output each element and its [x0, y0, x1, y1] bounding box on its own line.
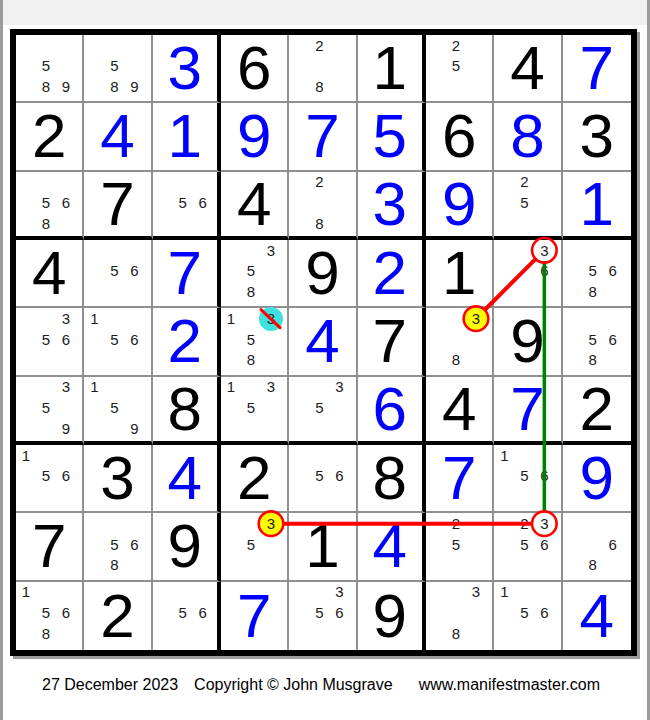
candidate-2: 2 [309, 172, 329, 193]
cell-r3c5[interactable]: 28 [289, 172, 357, 240]
candidate-8: 8 [583, 281, 603, 302]
cell-r8c6[interactable]: 4 [358, 513, 426, 581]
cell-r9c4[interactable]: 7 [221, 582, 289, 650]
candidates: 1358 [221, 308, 281, 370]
solved-digit: 4 [373, 515, 407, 577]
cell-r9c9[interactable]: 4 [563, 582, 631, 650]
candidate-5: 5 [36, 192, 56, 213]
cell-r2c3[interactable]: 1 [153, 103, 221, 171]
cell-r7c7[interactable]: 7 [426, 445, 494, 513]
given-digit: 3 [100, 447, 134, 509]
candidates: 25 [426, 513, 486, 575]
given-digit: 4 [32, 242, 66, 304]
candidate-6: 6 [193, 602, 213, 623]
candidates: 568 [563, 240, 623, 302]
candidate-6: 6 [193, 192, 213, 213]
given-digit: 3 [580, 105, 614, 167]
candidate-2: 2 [309, 35, 329, 56]
candidate-8: 8 [446, 623, 466, 644]
sudoku-board: 5895893628125472419756835687564283925145… [10, 29, 637, 656]
cell-r4c8[interactable]: 36 [494, 240, 562, 308]
solved-digit: 2 [373, 242, 407, 304]
cell-r1c9[interactable]: 7 [563, 35, 631, 103]
candidate-8: 8 [36, 623, 56, 644]
solved-digit: 7 [168, 242, 202, 304]
cell-r5c4[interactable]: 1358 [221, 308, 289, 376]
candidate-5: 5 [241, 261, 261, 282]
cell-r4c7[interactable]: 1 [426, 240, 494, 308]
cell-r9c2[interactable]: 2 [84, 582, 152, 650]
candidate-5: 5 [514, 534, 534, 555]
cell-r1c4[interactable]: 6 [221, 35, 289, 103]
cell-r2c5[interactable]: 7 [289, 103, 357, 171]
candidate-1: 1 [16, 445, 36, 466]
candidates: 156 [494, 582, 554, 644]
cell-r3c3[interactable]: 56 [153, 172, 221, 240]
candidates: 38 [426, 582, 486, 644]
cell-r8c1[interactable]: 7 [16, 513, 84, 581]
candidate-1: 1 [221, 377, 241, 398]
candidate-5: 5 [173, 602, 193, 623]
candidate-2: 2 [446, 513, 466, 534]
cell-r4c5[interactable]: 9 [289, 240, 357, 308]
cell-r9c8[interactable]: 156 [494, 582, 562, 650]
candidate-8: 8 [241, 350, 261, 371]
candidate-5: 5 [36, 602, 56, 623]
cell-r4c4[interactable]: 358 [221, 240, 289, 308]
cell-r6c4[interactable]: 135 [221, 377, 289, 445]
given-digit: 1 [442, 242, 476, 304]
given-digit: 9 [305, 242, 339, 304]
solved-digit: 1 [580, 173, 614, 235]
given-digit: 7 [373, 310, 407, 372]
cell-r6c6[interactable]: 6 [358, 377, 426, 445]
candidate-9: 9 [56, 418, 76, 439]
cell-r3c8[interactable]: 25 [494, 172, 562, 240]
cell-r1c7[interactable]: 25 [426, 35, 494, 103]
candidate-5: 5 [309, 602, 329, 623]
candidate-8: 8 [104, 555, 124, 576]
candidate-1: 1 [16, 582, 36, 603]
cell-r2c4[interactable]: 9 [221, 103, 289, 171]
candidates: 356 [16, 308, 76, 370]
candidate-3: 3 [56, 377, 76, 398]
solved-digit: 1 [168, 105, 202, 167]
candidate-1: 1 [221, 308, 241, 329]
solved-digit: 8 [510, 105, 544, 167]
cell-r6c2[interactable]: 159 [84, 377, 152, 445]
cell-r9c1[interactable]: 1568 [16, 582, 84, 650]
cell-r8c8[interactable]: 2356 [494, 513, 562, 581]
candidate-5: 5 [36, 397, 56, 418]
solved-digit: 3 [373, 173, 407, 235]
cell-r7c9[interactable]: 9 [563, 445, 631, 513]
candidate-8: 8 [36, 76, 56, 97]
candidate-9: 9 [56, 76, 76, 97]
solved-digit: 4 [580, 585, 614, 647]
solved-digit: 2 [168, 310, 202, 372]
given-digit: 9 [168, 515, 202, 577]
cell-r3c1[interactable]: 568 [16, 172, 84, 240]
cell-r3c6[interactable]: 3 [358, 172, 426, 240]
candidate-3: 3 [466, 582, 486, 603]
solved-digit: 7 [510, 378, 544, 440]
cell-r7c2[interactable]: 3 [84, 445, 152, 513]
solved-digit: 5 [373, 105, 407, 167]
cell-r8c3[interactable]: 9 [153, 513, 221, 581]
candidates: 156 [84, 308, 144, 370]
cell-r2c8[interactable]: 8 [494, 103, 562, 171]
cell-r1c8[interactable]: 4 [494, 35, 562, 103]
cell-r2c9[interactable]: 3 [563, 103, 631, 171]
footer: 27 December 2023 Copyright © John Musgra… [42, 676, 600, 694]
cell-r8c9[interactable]: 68 [563, 513, 631, 581]
cell-r5c6[interactable]: 7 [358, 308, 426, 376]
candidates: 56 [84, 240, 144, 302]
candidates: 25 [426, 35, 486, 97]
cell-r1c3[interactable]: 3 [153, 35, 221, 103]
candidate-5: 5 [583, 261, 603, 282]
footer-date: 27 December 2023 [42, 676, 178, 694]
candidates: 1568 [16, 582, 76, 644]
candidate-6: 6 [603, 261, 623, 282]
candidate-5: 5 [241, 397, 261, 418]
cell-r5c7[interactable]: 38 [426, 308, 494, 376]
candidates: 56 [289, 445, 349, 507]
cell-r6c9[interactable]: 2 [563, 377, 631, 445]
candidate-3: 3 [261, 240, 281, 261]
candidate-8: 8 [583, 555, 603, 576]
candidates: 38 [426, 308, 486, 370]
candidates: 28 [289, 172, 349, 234]
given-digit: 6 [442, 105, 476, 167]
candidate-1: 1 [494, 445, 514, 466]
candidate-6: 6 [124, 534, 144, 555]
cell-r5c3[interactable]: 2 [153, 308, 221, 376]
candidate-3: 3 [261, 377, 281, 398]
candidates: 35 [221, 513, 281, 575]
cell-r5c8[interactable]: 9 [494, 308, 562, 376]
candidate-5: 5 [514, 192, 534, 213]
candidate-8: 8 [446, 350, 466, 371]
candidate-5: 5 [104, 261, 124, 282]
cell-r1c6[interactable]: 1 [358, 35, 426, 103]
cell-r9c7[interactable]: 38 [426, 582, 494, 650]
candidates: 35 [289, 377, 349, 439]
solved-digit: 7 [237, 585, 271, 647]
candidate-6: 6 [56, 329, 76, 350]
candidate-5: 5 [241, 534, 261, 555]
candidate-8: 8 [309, 213, 329, 234]
cell-r7c6[interactable]: 8 [358, 445, 426, 513]
given-digit: 8 [373, 447, 407, 509]
given-digit: 4 [442, 378, 476, 440]
candidate-6: 6 [56, 602, 76, 623]
given-digit: 9 [510, 310, 544, 372]
candidate-9: 9 [124, 418, 144, 439]
given-digit: 9 [373, 585, 407, 647]
given-digit: 2 [580, 378, 614, 440]
cell-r7c5[interactable]: 56 [289, 445, 357, 513]
cell-r3c9[interactable]: 1 [563, 172, 631, 240]
cell-r1c5[interactable]: 28 [289, 35, 357, 103]
candidate-8: 8 [309, 76, 329, 97]
solved-digit: 7 [305, 105, 339, 167]
cell-r6c5[interactable]: 35 [289, 377, 357, 445]
cell-r1c2[interactable]: 589 [84, 35, 152, 103]
candidate-1: 1 [494, 582, 514, 603]
cell-r4c6[interactable]: 2 [358, 240, 426, 308]
candidate-5: 5 [309, 466, 329, 487]
candidate-5: 5 [104, 56, 124, 77]
candidate-6: 6 [56, 466, 76, 487]
given-digit: 2 [32, 105, 66, 167]
cell-r5c9[interactable]: 568 [563, 308, 631, 376]
cell-r7c8[interactable]: 156 [494, 445, 562, 513]
candidates: 56 [153, 172, 213, 234]
candidates: 356 [289, 582, 349, 644]
candidate-2: 2 [446, 35, 466, 56]
candidate-8: 8 [104, 76, 124, 97]
cell-r2c2[interactable]: 4 [84, 103, 152, 171]
solved-digit: 9 [237, 105, 271, 167]
candidate-5: 5 [104, 534, 124, 555]
cell-r4c3[interactable]: 7 [153, 240, 221, 308]
footer-website: www.manifestmaster.com [419, 676, 600, 694]
given-digit: 1 [373, 37, 407, 99]
given-digit: 1 [305, 515, 339, 577]
candidates: 28 [289, 35, 349, 97]
candidate-3: 3 [261, 513, 281, 534]
candidate-5: 5 [36, 56, 56, 77]
candidate-1: 1 [84, 308, 104, 329]
given-digit: 2 [237, 447, 271, 509]
candidate-3: 3 [534, 240, 554, 261]
candidate-5: 5 [173, 192, 193, 213]
solved-digit: 7 [580, 37, 614, 99]
candidate-1: 1 [84, 377, 104, 398]
candidate-6: 6 [603, 329, 623, 350]
cell-r8c7[interactable]: 25 [426, 513, 494, 581]
cell-r5c2[interactable]: 156 [84, 308, 152, 376]
candidates: 358 [221, 240, 281, 302]
candidate-3: 3 [466, 308, 486, 329]
candidate-6: 6 [124, 261, 144, 282]
candidate-6: 6 [534, 466, 554, 487]
candidates: 25 [494, 172, 554, 234]
candidate-3: 3 [56, 308, 76, 329]
candidates: 56 [153, 582, 213, 644]
cell-r2c1[interactable]: 2 [16, 103, 84, 171]
candidates: 135 [221, 377, 281, 439]
solved-digit: 4 [168, 447, 202, 509]
solved-digit: 4 [100, 105, 134, 167]
cell-r7c1[interactable]: 156 [16, 445, 84, 513]
cell-r7c4[interactable]: 2 [221, 445, 289, 513]
candidate-5: 5 [446, 56, 466, 77]
candidates: 568 [84, 513, 144, 575]
solved-digit: 3 [168, 37, 202, 99]
candidate-6: 6 [329, 466, 349, 487]
candidates: 156 [494, 445, 554, 507]
cell-r6c8[interactable]: 7 [494, 377, 562, 445]
cell-r1c1[interactable]: 589 [16, 35, 84, 103]
cell-r5c1[interactable]: 356 [16, 308, 84, 376]
candidate-3: 3 [329, 377, 349, 398]
candidate-6: 6 [124, 329, 144, 350]
candidate-5: 5 [36, 329, 56, 350]
candidate-6: 6 [603, 534, 623, 555]
given-digit: 8 [168, 378, 202, 440]
solved-digit: 9 [442, 173, 476, 235]
candidates: 159 [84, 377, 144, 439]
given-digit: 4 [510, 37, 544, 99]
cell-r2c6[interactable]: 5 [358, 103, 426, 171]
candidate-5: 5 [36, 466, 56, 487]
candidate-5: 5 [514, 602, 534, 623]
candidate-2: 2 [514, 172, 534, 193]
cell-r8c4[interactable]: 35 [221, 513, 289, 581]
candidate-5: 5 [514, 466, 534, 487]
cell-r2c7[interactable]: 6 [426, 103, 494, 171]
candidate-8: 8 [583, 350, 603, 371]
cell-r9c5[interactable]: 356 [289, 582, 357, 650]
candidate-5: 5 [446, 534, 466, 555]
solved-digit: 7 [442, 447, 476, 509]
cell-r6c1[interactable]: 359 [16, 377, 84, 445]
cell-r6c3[interactable]: 8 [153, 377, 221, 445]
candidate-8: 8 [241, 281, 261, 302]
cell-r4c1[interactable]: 4 [16, 240, 84, 308]
candidate-6: 6 [329, 602, 349, 623]
candidate-5: 5 [241, 329, 261, 350]
given-digit: 2 [100, 585, 134, 647]
solved-digit: 9 [580, 447, 614, 509]
cell-r3c2[interactable]: 7 [84, 172, 152, 240]
candidate-5: 5 [583, 329, 603, 350]
candidate-3: 3 [329, 582, 349, 603]
candidate-8: 8 [36, 213, 56, 234]
solved-digit: 6 [373, 378, 407, 440]
cell-r8c2[interactable]: 568 [84, 513, 152, 581]
window-left-edge [0, 0, 3, 720]
cell-r4c2[interactable]: 56 [84, 240, 152, 308]
cell-r9c3[interactable]: 56 [153, 582, 221, 650]
candidate-6: 6 [534, 602, 554, 623]
candidate-5: 5 [309, 397, 329, 418]
given-digit: 7 [32, 515, 66, 577]
cell-r9c6[interactable]: 9 [358, 582, 426, 650]
cell-r5c5[interactable]: 4 [289, 308, 357, 376]
candidates: 589 [16, 35, 76, 97]
footer-copyright: Copyright © John Musgrave [194, 676, 393, 694]
candidates: 36 [494, 240, 554, 302]
candidate-5: 5 [104, 397, 124, 418]
candidate-6: 6 [534, 534, 554, 555]
candidates: 589 [84, 35, 144, 97]
candidate-5: 5 [104, 329, 124, 350]
candidate-6: 6 [56, 192, 76, 213]
candidate-9: 9 [124, 76, 144, 97]
window-top-band [0, 0, 650, 25]
candidates: 68 [563, 513, 623, 575]
candidates: 2356 [494, 513, 554, 575]
given-digit: 4 [237, 173, 271, 235]
given-digit: 7 [100, 173, 134, 235]
cell-r7c3[interactable]: 4 [153, 445, 221, 513]
candidate-6: 6 [534, 261, 554, 282]
candidate-3: 3 [534, 513, 554, 534]
cell-r3c4[interactable]: 4 [221, 172, 289, 240]
solved-digit: 4 [305, 310, 339, 372]
candidates: 359 [16, 377, 76, 439]
candidates: 156 [16, 445, 76, 507]
cell-r4c9[interactable]: 568 [563, 240, 631, 308]
cell-r3c7[interactable]: 9 [426, 172, 494, 240]
candidates: 568 [16, 172, 76, 234]
given-digit: 6 [237, 37, 271, 99]
candidate-3: 3 [261, 308, 281, 329]
cell-r8c5[interactable]: 1 [289, 513, 357, 581]
candidate-2: 2 [514, 513, 534, 534]
candidates: 568 [563, 308, 623, 370]
cell-r6c7[interactable]: 4 [426, 377, 494, 445]
